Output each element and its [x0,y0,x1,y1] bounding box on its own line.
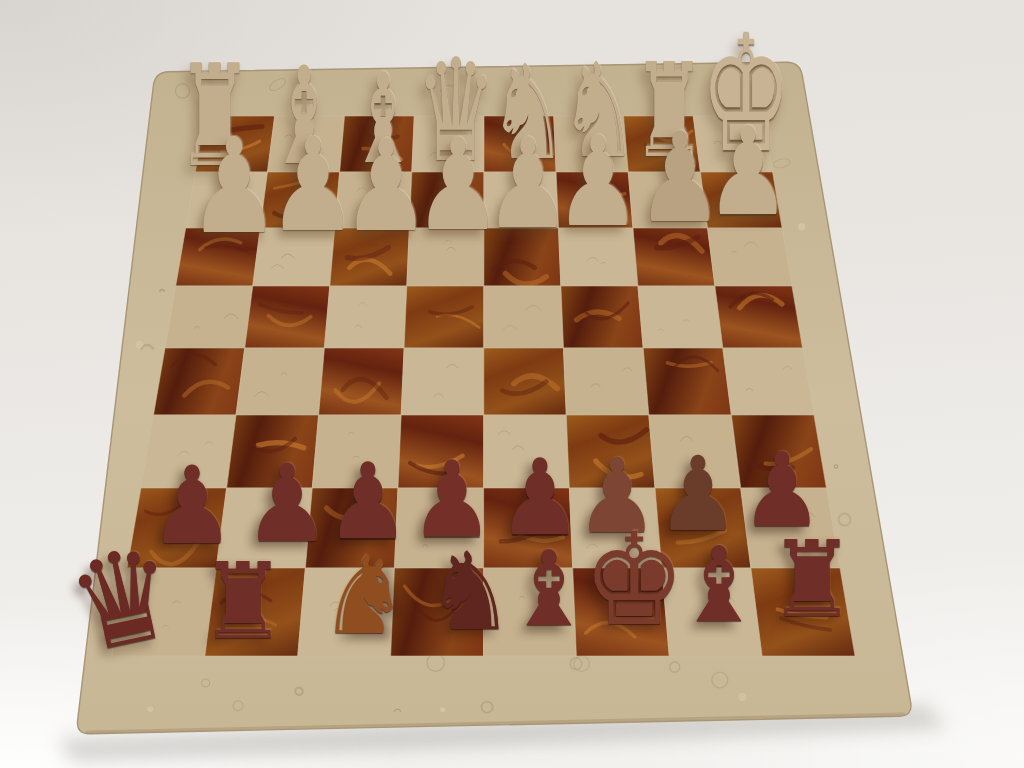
square-f5[interactable] [561,286,643,348]
piece-black-pawn-a7[interactable]: ♟ [188,121,280,253]
square-c5[interactable] [324,286,406,348]
piece-white-knight-d1[interactable]: ♞ [425,538,515,646]
piece-white-bishop-e1[interactable]: ♝ [506,538,592,642]
square-e5[interactable] [484,286,564,348]
square-b5[interactable] [245,286,330,348]
square-e4[interactable] [484,348,567,415]
piece-white-rook-h1[interactable]: ♜ [768,526,856,632]
square-g5[interactable] [638,286,723,348]
square-b4[interactable] [236,348,324,415]
square-d5[interactable] [404,286,484,348]
piece-white-bishop-g1[interactable]: ♝ [676,534,762,638]
square-d4[interactable] [401,348,484,415]
chess-photo-stage: ♜♝♝♛♞♞♜♚♟♟♟♟♟♟♟♟♟♟♟♟♟♟♟♟♛♜♞♞♝♚♝♜ [0,0,1024,768]
square-h4[interactable] [723,348,814,415]
piece-black-pawn-g7[interactable]: ♟ [637,116,724,240]
piece-white-knight-c1[interactable]: ♞ [319,542,409,650]
piece-black-pawn-b7[interactable]: ♟ [268,121,358,250]
square-a4[interactable] [154,348,245,415]
square-f4[interactable] [563,348,648,415]
piece-white-king-f1[interactable]: ♚ [583,516,685,644]
square-a5[interactable] [165,286,253,348]
piece-white-rook-b1[interactable]: ♜ [199,548,287,654]
